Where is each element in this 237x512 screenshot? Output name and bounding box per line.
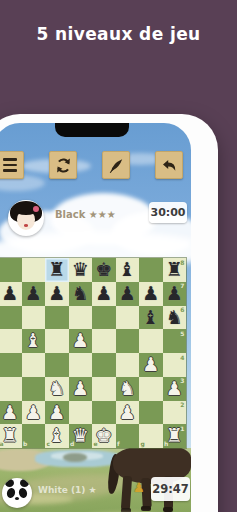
square-g5[interactable] <box>139 329 163 353</box>
square-e7[interactable]: ♟ <box>92 282 116 306</box>
square-c7[interactable]: ♟ <box>45 282 69 306</box>
black-rook: ♜ <box>45 258 69 282</box>
white-pawn: ♟ <box>0 401 22 425</box>
gold-pawn-icon: ♟ <box>133 480 145 495</box>
black-pawn: ♟ <box>45 282 69 306</box>
square-a8[interactable] <box>0 258 22 282</box>
white-knight: ♞ <box>116 377 140 401</box>
square-d6[interactable] <box>69 306 93 330</box>
square-d4[interactable] <box>69 353 93 377</box>
white-player-avatar <box>2 478 32 508</box>
square-e4[interactable] <box>92 353 116 377</box>
square-g3[interactable] <box>139 377 163 401</box>
restart-button[interactable] <box>49 151 77 179</box>
square-e1[interactable]: e♚ <box>92 424 116 448</box>
phone-screen: Black ★★★ 30:00 ♜♛♚♝8♜♟♟♟♞♟♟♟7♟♝6♞♝♟5♟4♞… <box>0 123 191 512</box>
white-queen: ♛ <box>69 424 93 448</box>
square-h7[interactable]: 7♟ <box>163 282 187 306</box>
avatar-lips <box>24 224 28 227</box>
rank-label-2: 2 <box>180 402 184 408</box>
square-b6[interactable] <box>22 306 46 330</box>
square-e8[interactable]: ♚ <box>92 258 116 282</box>
square-f7[interactable]: ♟ <box>116 282 140 306</box>
black-rook: ♜ <box>163 258 187 282</box>
square-d5[interactable]: ♟ <box>69 329 93 353</box>
undo-button[interactable] <box>155 151 183 179</box>
square-e2[interactable] <box>92 401 116 425</box>
rank-label-5: 5 <box>180 331 184 337</box>
white-pawn: ♟ <box>139 353 163 377</box>
white-pawn: ♟ <box>45 401 69 425</box>
refresh-icon <box>55 157 72 174</box>
square-e3[interactable] <box>92 377 116 401</box>
square-b1[interactable]: b <box>22 424 46 448</box>
square-c8[interactable]: ♜ <box>45 258 69 282</box>
file-label-f: f <box>117 441 120 447</box>
square-g4[interactable]: ♟ <box>139 353 163 377</box>
square-a7[interactable]: ♟ <box>0 282 22 306</box>
square-c1[interactable]: c♝ <box>45 424 69 448</box>
white-player-name: White (1) ★ <box>38 485 97 495</box>
white-pawn: ♟ <box>22 401 46 425</box>
square-a6[interactable] <box>0 306 22 330</box>
square-c4[interactable] <box>45 353 69 377</box>
white-bishop: ♝ <box>22 329 46 353</box>
square-h2[interactable]: 2 <box>163 401 187 425</box>
square-h3[interactable]: 3♟ <box>163 377 187 401</box>
square-g7[interactable]: ♟ <box>139 282 163 306</box>
black-bishop: ♝ <box>116 258 140 282</box>
square-b2[interactable]: ♟ <box>22 401 46 425</box>
white-pawn: ♟ <box>69 329 93 353</box>
white-pawn: ♟ <box>116 401 140 425</box>
black-king: ♚ <box>92 258 116 282</box>
square-c2[interactable]: ♟ <box>45 401 69 425</box>
square-d2[interactable] <box>69 401 93 425</box>
square-e6[interactable] <box>92 306 116 330</box>
square-f5[interactable] <box>116 329 140 353</box>
square-h6[interactable]: 6♞ <box>163 306 187 330</box>
black-player-avatar <box>8 200 44 236</box>
square-c6[interactable] <box>45 306 69 330</box>
black-player-name: Black ★★★ <box>55 209 116 220</box>
black-knight: ♞ <box>163 306 187 330</box>
avatar-flower <box>33 206 39 212</box>
white-pawn: ♟ <box>163 377 187 401</box>
square-d1[interactable]: d♛ <box>69 424 93 448</box>
square-f4[interactable] <box>116 353 140 377</box>
file-label-b: b <box>23 441 27 447</box>
black-pawn: ♟ <box>139 282 163 306</box>
square-d3[interactable]: ♟ <box>69 377 93 401</box>
undo-arrow-icon <box>161 157 178 174</box>
quill-icon <box>108 157 125 174</box>
black-bishop: ♝ <box>139 306 163 330</box>
square-g2[interactable] <box>139 401 163 425</box>
square-b3[interactable] <box>22 377 46 401</box>
black-pawn: ♟ <box>0 282 22 306</box>
square-d8[interactable]: ♛ <box>69 258 93 282</box>
square-b7[interactable]: ♟ <box>22 282 46 306</box>
black-pawn: ♟ <box>22 282 46 306</box>
square-e5[interactable] <box>92 329 116 353</box>
rock <box>63 453 87 462</box>
white-rook: ♜ <box>163 424 187 448</box>
square-g6[interactable]: ♝ <box>139 306 163 330</box>
square-d7[interactable]: ♞ <box>69 282 93 306</box>
panda-eye <box>18 487 29 499</box>
chess-board: ♜♛♚♝8♜♟♟♟♞♟♟♟7♟♝6♞♝♟5♟4♞♟♞3♟♟♟♟♟2a♜bc♝d♛… <box>0 258 186 448</box>
horse-hoof <box>163 507 173 512</box>
square-a3[interactable] <box>0 377 22 401</box>
square-c3[interactable]: ♞ <box>45 377 69 401</box>
black-pawn: ♟ <box>163 282 187 306</box>
horse-leg <box>121 476 132 511</box>
file-label-g: g <box>141 441 145 447</box>
square-c5[interactable] <box>45 329 69 353</box>
square-h1[interactable]: h1♜ <box>163 424 187 448</box>
black-queen: ♛ <box>69 258 93 282</box>
square-g8[interactable] <box>139 258 163 282</box>
square-b4[interactable] <box>22 353 46 377</box>
headline-text: 5 niveaux de jeu <box>0 24 237 44</box>
square-b8[interactable] <box>22 258 46 282</box>
square-h8[interactable]: 8♜ <box>163 258 187 282</box>
black-pawn: ♟ <box>92 282 116 306</box>
notation-button[interactable] <box>102 151 130 179</box>
square-h4[interactable]: 4 <box>163 353 187 377</box>
square-f1[interactable]: f <box>116 424 140 448</box>
white-knight: ♞ <box>45 377 69 401</box>
black-player-clock: 30:00 <box>149 202 187 223</box>
square-g1[interactable]: g <box>139 424 163 448</box>
square-f8[interactable]: ♝ <box>116 258 140 282</box>
black-pawn: ♟ <box>116 282 140 306</box>
white-rook: ♜ <box>0 424 22 448</box>
menu-icon <box>3 158 17 171</box>
rank-label-4: 4 <box>180 355 184 361</box>
square-f3[interactable]: ♞ <box>116 377 140 401</box>
square-a2[interactable]: ♟ <box>0 401 22 425</box>
white-player-clock: 29:47 <box>151 477 190 501</box>
square-b5[interactable]: ♝ <box>22 329 46 353</box>
square-a5[interactable] <box>0 329 22 353</box>
square-a4[interactable] <box>0 353 22 377</box>
menu-button[interactable] <box>0 151 24 179</box>
square-f2[interactable]: ♟ <box>116 401 140 425</box>
horse-hoof <box>141 506 151 511</box>
black-knight: ♞ <box>69 282 93 306</box>
square-a1[interactable]: a♜ <box>0 424 22 448</box>
phone-mockup: Black ★★★ 30:00 ♜♛♚♝8♜♟♟♟♞♟♟♟7♟♝6♞♝♟5♟4♞… <box>0 114 218 512</box>
white-bishop: ♝ <box>45 424 69 448</box>
square-h5[interactable]: 5 <box>163 329 187 353</box>
phone-notch <box>55 123 129 137</box>
panda-nose <box>15 497 19 500</box>
square-f6[interactable] <box>116 306 140 330</box>
white-king: ♚ <box>92 424 116 448</box>
white-pawn: ♟ <box>69 377 93 401</box>
